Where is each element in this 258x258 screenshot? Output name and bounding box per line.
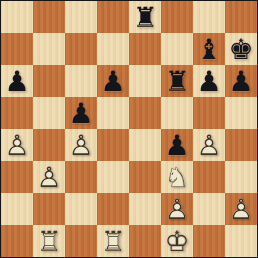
square-f2[interactable]: ♟♙ (161, 193, 193, 225)
piece-black-rook[interactable]: ♜ (129, 1, 161, 33)
square-g4[interactable]: ♟♙ (193, 129, 225, 161)
piece-glyph-fill: ♟ (193, 65, 225, 97)
square-b1[interactable]: ♜♖ (33, 225, 65, 257)
piece-glyph-fill: ♟ (1, 65, 33, 97)
square-a6[interactable]: ♟ (1, 65, 33, 97)
piece-glyph-fill: ♜ (161, 65, 193, 97)
piece-glyph-fill: ♟ (161, 129, 193, 161)
square-c3[interactable] (65, 161, 97, 193)
square-g5[interactable] (193, 97, 225, 129)
piece-white-pawn[interactable]: ♟♙ (225, 193, 257, 225)
chess-board: ♜♝♚♟♟♜♟♟♟♟♙♟♙♟♟♙♟♙♞♘♟♙♟♙♜♖♜♖♚♔ (1, 1, 257, 257)
square-b4[interactable] (33, 129, 65, 161)
square-b5[interactable] (33, 97, 65, 129)
piece-black-pawn[interactable]: ♟ (193, 65, 225, 97)
square-b8[interactable] (33, 1, 65, 33)
square-h6[interactable]: ♟ (225, 65, 257, 97)
square-g6[interactable]: ♟ (193, 65, 225, 97)
square-b3[interactable]: ♟♙ (33, 161, 65, 193)
square-d8[interactable] (97, 1, 129, 33)
piece-glyph-outline: ♘ (161, 161, 193, 193)
piece-white-pawn[interactable]: ♟♙ (65, 129, 97, 161)
piece-black-pawn[interactable]: ♟ (225, 65, 257, 97)
piece-glyph-fill: ♝ (193, 33, 225, 65)
square-b7[interactable] (33, 33, 65, 65)
square-d1[interactable]: ♜♖ (97, 225, 129, 257)
piece-glyph-outline: ♙ (1, 129, 33, 161)
square-h8[interactable] (225, 1, 257, 33)
piece-white-pawn[interactable]: ♟♙ (33, 161, 65, 193)
square-a7[interactable] (1, 33, 33, 65)
piece-glyph-fill: ♚ (225, 33, 257, 65)
piece-white-knight[interactable]: ♞♘ (161, 161, 193, 193)
square-e5[interactable] (129, 97, 161, 129)
square-h5[interactable] (225, 97, 257, 129)
piece-black-king[interactable]: ♚ (225, 33, 257, 65)
square-f7[interactable] (161, 33, 193, 65)
piece-glyph-outline: ♖ (97, 225, 129, 257)
piece-glyph-outline: ♔ (161, 225, 193, 257)
piece-white-rook[interactable]: ♜♖ (33, 225, 65, 257)
square-c8[interactable] (65, 1, 97, 33)
square-a5[interactable] (1, 97, 33, 129)
square-b6[interactable] (33, 65, 65, 97)
square-g1[interactable] (193, 225, 225, 257)
square-f6[interactable]: ♜ (161, 65, 193, 97)
square-h4[interactable] (225, 129, 257, 161)
square-d4[interactable] (97, 129, 129, 161)
square-c4[interactable]: ♟♙ (65, 129, 97, 161)
square-h1[interactable] (225, 225, 257, 257)
square-d5[interactable] (97, 97, 129, 129)
square-a4[interactable]: ♟♙ (1, 129, 33, 161)
square-e6[interactable] (129, 65, 161, 97)
square-f4[interactable]: ♟ (161, 129, 193, 161)
square-d2[interactable] (97, 193, 129, 225)
square-e1[interactable] (129, 225, 161, 257)
piece-glyph-outline: ♙ (193, 129, 225, 161)
square-d7[interactable] (97, 33, 129, 65)
piece-black-rook[interactable]: ♜ (161, 65, 193, 97)
piece-black-pawn[interactable]: ♟ (97, 65, 129, 97)
piece-white-pawn[interactable]: ♟♙ (1, 129, 33, 161)
piece-black-pawn[interactable]: ♟ (1, 65, 33, 97)
piece-glyph-fill: ♟ (65, 97, 97, 129)
square-a8[interactable] (1, 1, 33, 33)
piece-black-pawn[interactable]: ♟ (65, 97, 97, 129)
square-f1[interactable]: ♚♔ (161, 225, 193, 257)
square-e2[interactable] (129, 193, 161, 225)
square-a3[interactable] (1, 161, 33, 193)
square-c7[interactable] (65, 33, 97, 65)
board-frame: ♜♝♚♟♟♜♟♟♟♟♙♟♙♟♟♙♟♙♞♘♟♙♟♙♜♖♜♖♚♔ (0, 0, 258, 258)
piece-glyph-outline: ♙ (161, 193, 193, 225)
piece-glyph-outline: ♙ (225, 193, 257, 225)
piece-glyph-outline: ♙ (65, 129, 97, 161)
square-h7[interactable]: ♚ (225, 33, 257, 65)
square-c5[interactable]: ♟ (65, 97, 97, 129)
piece-glyph-fill: ♟ (97, 65, 129, 97)
square-f8[interactable] (161, 1, 193, 33)
square-a2[interactable] (1, 193, 33, 225)
square-e4[interactable] (129, 129, 161, 161)
square-c2[interactable] (65, 193, 97, 225)
square-c1[interactable] (65, 225, 97, 257)
square-g2[interactable] (193, 193, 225, 225)
square-g3[interactable] (193, 161, 225, 193)
square-f3[interactable]: ♞♘ (161, 161, 193, 193)
square-e3[interactable] (129, 161, 161, 193)
piece-glyph-outline: ♙ (33, 161, 65, 193)
square-h2[interactable]: ♟♙ (225, 193, 257, 225)
piece-glyph-fill: ♟ (225, 65, 257, 97)
square-g7[interactable]: ♝ (193, 33, 225, 65)
piece-white-king[interactable]: ♚♔ (161, 225, 193, 257)
square-f5[interactable] (161, 97, 193, 129)
square-a1[interactable] (1, 225, 33, 257)
piece-white-pawn[interactable]: ♟♙ (161, 193, 193, 225)
square-g8[interactable] (193, 1, 225, 33)
piece-white-pawn[interactable]: ♟♙ (193, 129, 225, 161)
square-b2[interactable] (33, 193, 65, 225)
piece-glyph-outline: ♖ (33, 225, 65, 257)
square-h3[interactable] (225, 161, 257, 193)
square-d6[interactable]: ♟ (97, 65, 129, 97)
piece-black-bishop[interactable]: ♝ (193, 33, 225, 65)
square-c6[interactable] (65, 65, 97, 97)
piece-glyph-fill: ♜ (129, 1, 161, 33)
square-e7[interactable] (129, 33, 161, 65)
piece-white-rook[interactable]: ♜♖ (97, 225, 129, 257)
square-e8[interactable]: ♜ (129, 1, 161, 33)
piece-black-pawn[interactable]: ♟ (161, 129, 193, 161)
square-d3[interactable] (97, 161, 129, 193)
